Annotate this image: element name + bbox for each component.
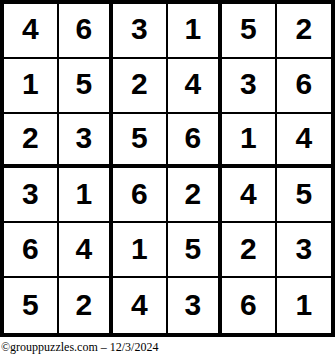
sudoku-cell-r3c2: 3 bbox=[59, 114, 114, 169]
sudoku-cell-r3c4: 6 bbox=[168, 114, 223, 169]
sudoku-cell-r3c5: 1 bbox=[222, 114, 277, 169]
sudoku-cell-r2c1: 1 bbox=[4, 59, 59, 114]
sudoku-cell-r1c4: 1 bbox=[168, 4, 223, 59]
sudoku-cell-r1c3: 3 bbox=[113, 4, 168, 59]
sudoku-cell-r6c1: 5 bbox=[4, 278, 59, 333]
sudoku-cell-r5c5: 2 bbox=[222, 223, 277, 278]
sudoku-cell-r4c2: 1 bbox=[59, 168, 114, 223]
sudoku-cell-r4c6: 5 bbox=[277, 168, 332, 223]
sudoku-cell-r3c1: 2 bbox=[4, 114, 59, 169]
sudoku-cell-r6c6: 1 bbox=[277, 278, 332, 333]
sudoku-cell-r1c2: 6 bbox=[59, 4, 114, 59]
sudoku-cell-r5c1: 6 bbox=[4, 223, 59, 278]
sudoku-cell-r4c4: 2 bbox=[168, 168, 223, 223]
sudoku-cell-r4c1: 3 bbox=[4, 168, 59, 223]
sudoku-cell-r3c3: 5 bbox=[113, 114, 168, 169]
sudoku-cell-r2c3: 2 bbox=[113, 59, 168, 114]
sudoku-cell-r2c4: 4 bbox=[168, 59, 223, 114]
sudoku-cell-r3c6: 4 bbox=[277, 114, 332, 169]
sudoku-cell-r6c2: 2 bbox=[59, 278, 114, 333]
sudoku-cell-r5c4: 5 bbox=[168, 223, 223, 278]
sudoku-cell-r5c6: 3 bbox=[277, 223, 332, 278]
sudoku-cell-r5c2: 4 bbox=[59, 223, 114, 278]
sudoku-cell-r1c5: 5 bbox=[222, 4, 277, 59]
sudoku-cell-r6c4: 3 bbox=[168, 278, 223, 333]
sudoku-cell-r5c3: 1 bbox=[113, 223, 168, 278]
footer-credit: ©grouppuzzles.com – 12/3/2024 bbox=[1, 340, 158, 355]
sudoku-cell-r2c2: 5 bbox=[59, 59, 114, 114]
sudoku-answer-diagram: 463152152436235614316245641523524361 ©gr… bbox=[0, 0, 335, 357]
sudoku-cell-r6c3: 4 bbox=[113, 278, 168, 333]
sudoku-cell-r2c6: 6 bbox=[277, 59, 332, 114]
sudoku-board: 463152152436235614316245641523524361 bbox=[0, 0, 335, 337]
sudoku-cell-r1c6: 2 bbox=[277, 4, 332, 59]
sudoku-cell-r6c5: 6 bbox=[222, 278, 277, 333]
sudoku-cell-r2c5: 3 bbox=[222, 59, 277, 114]
sudoku-cell-r1c1: 4 bbox=[4, 4, 59, 59]
sudoku-cell-r4c3: 6 bbox=[113, 168, 168, 223]
sudoku-cell-r4c5: 4 bbox=[222, 168, 277, 223]
